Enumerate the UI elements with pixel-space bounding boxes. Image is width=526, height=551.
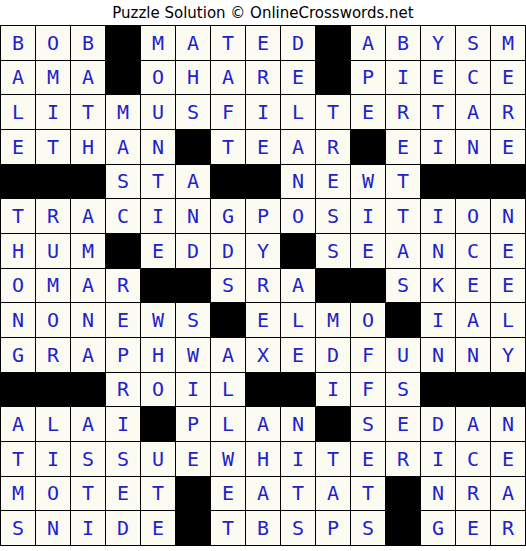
letter-cell-r8c4: R <box>106 269 140 303</box>
block-cell-r12c10 <box>316 407 350 441</box>
letter-cell-r14c5: T <box>141 477 175 511</box>
letter-cell-r2c1: A <box>1 61 35 95</box>
block-cell-r5c14 <box>456 165 490 199</box>
letter-cell-r1c6: A <box>176 26 210 60</box>
letter-cell-r10c9: E <box>281 338 315 372</box>
letter-cell-r1c7: T <box>211 26 245 60</box>
letter-cell-r12c13: D <box>421 407 455 441</box>
letter-cell-r10c10: D <box>316 338 350 372</box>
letter-cell-r10c15: Y <box>491 338 525 372</box>
letter-cell-r14c4: E <box>106 477 140 511</box>
letter-cell-r3c1: L <box>1 95 35 129</box>
letter-cell-r7c1: H <box>1 234 35 268</box>
letter-cell-r13c8: H <box>246 442 280 476</box>
letter-cell-r13c13: I <box>421 442 455 476</box>
letter-cell-r9c13: I <box>421 303 455 337</box>
letter-cell-r2c5: O <box>141 61 175 95</box>
letter-cell-r13c14: C <box>456 442 490 476</box>
letter-cell-r7c8: Y <box>246 234 280 268</box>
title-bar: Puzzle Solution © OnlineCrosswords.net <box>0 0 526 25</box>
block-cell-r2c4 <box>106 61 140 95</box>
letter-cell-r4c5: N <box>141 130 175 164</box>
letter-cell-r2c14: C <box>456 61 490 95</box>
letter-cell-r7c12: A <box>386 234 420 268</box>
letter-cell-r2c3: A <box>71 61 105 95</box>
letter-cell-r12c2: L <box>36 407 70 441</box>
letter-cell-r3c6: S <box>176 95 210 129</box>
letter-cell-r2c12: I <box>386 61 420 95</box>
letter-cell-r12c11: S <box>351 407 385 441</box>
letter-cell-r8c14: E <box>456 269 490 303</box>
letter-cell-r2c11: P <box>351 61 385 95</box>
letter-cell-r1c8: E <box>246 26 280 60</box>
letter-cell-r15c5: E <box>141 511 175 545</box>
block-cell-r5c2 <box>36 165 70 199</box>
letter-cell-r3c7: F <box>211 95 245 129</box>
letter-cell-r14c10: A <box>316 477 350 511</box>
letter-cell-r5c11: W <box>351 165 385 199</box>
letter-cell-r15c9: S <box>281 511 315 545</box>
letter-cell-r1c9: D <box>281 26 315 60</box>
letter-cell-r14c8: A <box>246 477 280 511</box>
block-cell-r7c9 <box>281 234 315 268</box>
block-cell-r8c11 <box>351 269 385 303</box>
letter-cell-r6c8: P <box>246 199 280 233</box>
letter-cell-r1c15: M <box>491 26 525 60</box>
block-cell-r4c11 <box>351 130 385 164</box>
letter-cell-r12c12: E <box>386 407 420 441</box>
block-cell-r8c10 <box>316 269 350 303</box>
letter-cell-r6c9: O <box>281 199 315 233</box>
letter-cell-r7c2: U <box>36 234 70 268</box>
block-cell-r15c6 <box>176 511 210 545</box>
block-cell-r11c2 <box>36 373 70 407</box>
letter-cell-r13c5: U <box>141 442 175 476</box>
letter-cell-r15c10: P <box>316 511 350 545</box>
letter-cell-r15c7: T <box>211 511 245 545</box>
block-cell-r5c13 <box>421 165 455 199</box>
letter-cell-r9c5: W <box>141 303 175 337</box>
letter-cell-r7c5: E <box>141 234 175 268</box>
letter-cell-r8c13: K <box>421 269 455 303</box>
letter-cell-r13c9: I <box>281 442 315 476</box>
letter-cell-r13c7: W <box>211 442 245 476</box>
letter-cell-r15c13: G <box>421 511 455 545</box>
letter-cell-r5c9: N <box>281 165 315 199</box>
letter-cell-r10c3: A <box>71 338 105 372</box>
letter-cell-r7c6: D <box>176 234 210 268</box>
letter-cell-r9c4: E <box>106 303 140 337</box>
letter-cell-r10c13: N <box>421 338 455 372</box>
letter-cell-r7c10: S <box>316 234 350 268</box>
letter-cell-r8c7: S <box>211 269 245 303</box>
letter-cell-r10c7: A <box>211 338 245 372</box>
page-title: Puzzle Solution © OnlineCrosswords.net <box>112 4 413 22</box>
letter-cell-r3c14: A <box>456 95 490 129</box>
block-cell-r12c5 <box>141 407 175 441</box>
letter-cell-r6c12: T <box>386 199 420 233</box>
letter-cell-r14c15: A <box>491 477 525 511</box>
letter-cell-r2c15: E <box>491 61 525 95</box>
letter-cell-r12c6: P <box>176 407 210 441</box>
letter-cell-r11c6: I <box>176 373 210 407</box>
letter-cell-r13c10: T <box>316 442 350 476</box>
block-cell-r11c13 <box>421 373 455 407</box>
block-cell-r9c7 <box>211 303 245 337</box>
letter-cell-r15c8: B <box>246 511 280 545</box>
letter-cell-r1c11: A <box>351 26 385 60</box>
letter-cell-r3c13: T <box>421 95 455 129</box>
letter-cell-r1c12: B <box>386 26 420 60</box>
letter-cell-r4c3: H <box>71 130 105 164</box>
letter-cell-r15c4: D <box>106 511 140 545</box>
letter-cell-r12c1: A <box>1 407 35 441</box>
letter-cell-r11c5: O <box>141 373 175 407</box>
letter-cell-r3c4: M <box>106 95 140 129</box>
letter-cell-r6c15: N <box>491 199 525 233</box>
letter-cell-r13c6: E <box>176 442 210 476</box>
block-cell-r5c7 <box>211 165 245 199</box>
letter-cell-r3c9: L <box>281 95 315 129</box>
letter-cell-r12c9: N <box>281 407 315 441</box>
block-cell-r11c15 <box>491 373 525 407</box>
letter-cell-r2c8: R <box>246 61 280 95</box>
letter-cell-r6c3: A <box>71 199 105 233</box>
letter-cell-r14c11: T <box>351 477 385 511</box>
letter-cell-r1c3: B <box>71 26 105 60</box>
block-cell-r4c6 <box>176 130 210 164</box>
letter-cell-r11c11: F <box>351 373 385 407</box>
letter-cell-r4c14: N <box>456 130 490 164</box>
letter-cell-r10c14: N <box>456 338 490 372</box>
letter-cell-r15c2: N <box>36 511 70 545</box>
letter-cell-r5c12: T <box>386 165 420 199</box>
letter-cell-r8c12: S <box>386 269 420 303</box>
block-cell-r11c3 <box>71 373 105 407</box>
letter-cell-r7c13: N <box>421 234 455 268</box>
block-cell-r11c14 <box>456 373 490 407</box>
letter-cell-r13c3: S <box>71 442 105 476</box>
crossword-solution-page: Puzzle Solution © OnlineCrosswords.net B… <box>0 0 526 551</box>
letter-cell-r2c2: M <box>36 61 70 95</box>
letter-cell-r3c3: T <box>71 95 105 129</box>
letter-cell-r1c2: O <box>36 26 70 60</box>
block-cell-r1c4 <box>106 26 140 60</box>
letter-cell-r5c5: T <box>141 165 175 199</box>
letter-cell-r6c10: S <box>316 199 350 233</box>
letter-cell-r14c2: O <box>36 477 70 511</box>
letter-cell-r9c6: S <box>176 303 210 337</box>
block-cell-r15c12 <box>386 511 420 545</box>
letter-cell-r5c10: E <box>316 165 350 199</box>
letter-cell-r3c2: I <box>36 95 70 129</box>
letter-cell-r11c7: L <box>211 373 245 407</box>
letter-cell-r10c8: X <box>246 338 280 372</box>
letter-cell-r10c4: P <box>106 338 140 372</box>
block-cell-r8c5 <box>141 269 175 303</box>
letter-cell-r14c9: T <box>281 477 315 511</box>
letter-cell-r6c11: I <box>351 199 385 233</box>
letter-cell-r3c15: R <box>491 95 525 129</box>
block-cell-r9c12 <box>386 303 420 337</box>
letter-cell-r7c11: E <box>351 234 385 268</box>
letter-cell-r9c9: L <box>281 303 315 337</box>
letter-cell-r1c1: B <box>1 26 35 60</box>
letter-cell-r6c13: I <box>421 199 455 233</box>
letter-cell-r6c2: R <box>36 199 70 233</box>
block-cell-r7c4 <box>106 234 140 268</box>
crossword-grid: BOBMATEDABYSMAMAOHAREPIECELITMUSFILTERTA… <box>0 25 526 546</box>
block-cell-r1c10 <box>316 26 350 60</box>
letter-cell-r6c6: N <box>176 199 210 233</box>
letter-cell-r1c13: Y <box>421 26 455 60</box>
letter-cell-r4c8: E <box>246 130 280 164</box>
letter-cell-r7c15: E <box>491 234 525 268</box>
block-cell-r5c3 <box>71 165 105 199</box>
letter-cell-r8c3: A <box>71 269 105 303</box>
letter-cell-r2c9: E <box>281 61 315 95</box>
block-cell-r14c12 <box>386 477 420 511</box>
letter-cell-r4c7: T <box>211 130 245 164</box>
letter-cell-r10c5: H <box>141 338 175 372</box>
letter-cell-r8c15: E <box>491 269 525 303</box>
block-cell-r5c8 <box>246 165 280 199</box>
letter-cell-r2c6: H <box>176 61 210 95</box>
letter-cell-r10c11: F <box>351 338 385 372</box>
letter-cell-r4c12: E <box>386 130 420 164</box>
letter-cell-r9c3: N <box>71 303 105 337</box>
letter-cell-r10c2: R <box>36 338 70 372</box>
letter-cell-r9c15: L <box>491 303 525 337</box>
letter-cell-r8c8: R <box>246 269 280 303</box>
letter-cell-r11c12: S <box>386 373 420 407</box>
letter-cell-r7c14: C <box>456 234 490 268</box>
letter-cell-r15c1: S <box>1 511 35 545</box>
letter-cell-r12c8: A <box>246 407 280 441</box>
letter-cell-r6c5: I <box>141 199 175 233</box>
block-cell-r8c6 <box>176 269 210 303</box>
letter-cell-r7c3: M <box>71 234 105 268</box>
letter-cell-r13c2: I <box>36 442 70 476</box>
block-cell-r11c8 <box>246 373 280 407</box>
letter-cell-r9c8: E <box>246 303 280 337</box>
letter-cell-r10c6: W <box>176 338 210 372</box>
letter-cell-r12c14: A <box>456 407 490 441</box>
letter-cell-r6c1: T <box>1 199 35 233</box>
letter-cell-r6c14: O <box>456 199 490 233</box>
letter-cell-r6c7: G <box>211 199 245 233</box>
letter-cell-r5c6: A <box>176 165 210 199</box>
letter-cell-r10c1: G <box>1 338 35 372</box>
letter-cell-r15c15: R <box>491 511 525 545</box>
letter-cell-r13c4: S <box>106 442 140 476</box>
letter-cell-r15c11: S <box>351 511 385 545</box>
letter-cell-r11c4: R <box>106 373 140 407</box>
block-cell-r5c15 <box>491 165 525 199</box>
letter-cell-r4c9: A <box>281 130 315 164</box>
letter-cell-r9c2: O <box>36 303 70 337</box>
letter-cell-r3c10: T <box>316 95 350 129</box>
letter-cell-r3c11: E <box>351 95 385 129</box>
letter-cell-r8c9: A <box>281 269 315 303</box>
block-cell-r11c1 <box>1 373 35 407</box>
letter-cell-r6c4: C <box>106 199 140 233</box>
letter-cell-r9c1: N <box>1 303 35 337</box>
letter-cell-r8c1: O <box>1 269 35 303</box>
letter-cell-r5c4: S <box>106 165 140 199</box>
letter-cell-r14c1: M <box>1 477 35 511</box>
letter-cell-r1c14: S <box>456 26 490 60</box>
letter-cell-r14c14: R <box>456 477 490 511</box>
block-cell-r14c6 <box>176 477 210 511</box>
block-cell-r2c10 <box>316 61 350 95</box>
letter-cell-r4c4: A <box>106 130 140 164</box>
letter-cell-r12c15: N <box>491 407 525 441</box>
letter-cell-r4c2: T <box>36 130 70 164</box>
letter-cell-r2c13: E <box>421 61 455 95</box>
letter-cell-r3c5: U <box>141 95 175 129</box>
letter-cell-r4c13: I <box>421 130 455 164</box>
letter-cell-r14c13: N <box>421 477 455 511</box>
letter-cell-r2c7: A <box>211 61 245 95</box>
letter-cell-r13c12: R <box>386 442 420 476</box>
letter-cell-r14c3: T <box>71 477 105 511</box>
letter-cell-r10c12: U <box>386 338 420 372</box>
letter-cell-r11c10: I <box>316 373 350 407</box>
letter-cell-r12c4: I <box>106 407 140 441</box>
letter-cell-r8c2: M <box>36 269 70 303</box>
letter-cell-r15c3: I <box>71 511 105 545</box>
letter-cell-r9c10: M <box>316 303 350 337</box>
block-cell-r11c9 <box>281 373 315 407</box>
letter-cell-r4c15: E <box>491 130 525 164</box>
letter-cell-r14c7: E <box>211 477 245 511</box>
letter-cell-r4c1: E <box>1 130 35 164</box>
letter-cell-r12c7: L <box>211 407 245 441</box>
letter-cell-r12c3: A <box>71 407 105 441</box>
letter-cell-r13c1: T <box>1 442 35 476</box>
letter-cell-r9c11: O <box>351 303 385 337</box>
letter-cell-r15c14: E <box>456 511 490 545</box>
letter-cell-r3c8: I <box>246 95 280 129</box>
letter-cell-r1c5: M <box>141 26 175 60</box>
letter-cell-r7c7: D <box>211 234 245 268</box>
letter-cell-r9c14: A <box>456 303 490 337</box>
letter-cell-r13c15: E <box>491 442 525 476</box>
letter-cell-r4c10: R <box>316 130 350 164</box>
letter-cell-r3c12: R <box>386 95 420 129</box>
letter-cell-r13c11: E <box>351 442 385 476</box>
block-cell-r5c1 <box>1 165 35 199</box>
